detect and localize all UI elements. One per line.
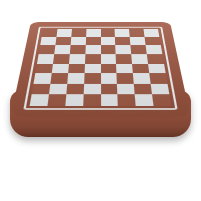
board-square[interactable] (101, 73, 118, 83)
board-square[interactable] (83, 84, 100, 95)
board-square[interactable] (132, 64, 149, 74)
board-square[interactable] (86, 29, 101, 37)
board-square[interactable] (39, 45, 56, 54)
board-square[interactable] (149, 73, 167, 83)
board-square[interactable] (47, 95, 66, 107)
board-square[interactable] (101, 45, 116, 54)
board-square[interactable] (131, 45, 147, 54)
board-square[interactable] (144, 29, 160, 37)
board-square[interactable] (42, 29, 58, 37)
board-square[interactable] (85, 45, 100, 54)
board-square[interactable] (101, 64, 117, 74)
board-square[interactable] (55, 37, 71, 45)
board-square[interactable] (37, 54, 54, 63)
board-square[interactable] (30, 95, 49, 107)
board-square[interactable] (131, 54, 148, 63)
board-square[interactable] (49, 84, 67, 95)
board-square[interactable] (83, 95, 101, 107)
board-square[interactable] (152, 95, 171, 107)
board-square[interactable] (146, 45, 163, 54)
board-square[interactable] (147, 54, 164, 63)
board-square[interactable] (71, 29, 86, 37)
board-square[interactable] (65, 95, 83, 107)
board-square[interactable] (85, 37, 100, 45)
board-inner-border (23, 27, 177, 110)
board-square[interactable] (70, 45, 86, 54)
board-square[interactable] (54, 45, 70, 54)
board-square[interactable] (32, 84, 51, 95)
board-product-photo (0, 0, 201, 201)
board-square[interactable] (69, 54, 85, 63)
board-square[interactable] (116, 45, 132, 54)
board-square[interactable] (52, 64, 69, 74)
board-square[interactable] (53, 54, 70, 63)
board-square[interactable] (145, 37, 161, 45)
board-square[interactable] (85, 54, 101, 63)
board-square[interactable] (117, 84, 135, 95)
board-square[interactable] (130, 37, 146, 45)
board-square[interactable] (135, 95, 154, 107)
board-square[interactable] (115, 37, 130, 45)
board-square[interactable] (101, 95, 119, 107)
chessboard (10, 22, 190, 117)
board-square[interactable] (68, 64, 85, 74)
board-square[interactable] (40, 37, 56, 45)
board-square[interactable] (70, 37, 85, 45)
board-square[interactable] (129, 29, 144, 37)
board-square[interactable] (133, 73, 151, 83)
board-square[interactable] (84, 64, 100, 74)
board-square[interactable] (56, 29, 71, 37)
board-square[interactable] (101, 29, 116, 37)
board-square[interactable] (117, 73, 134, 83)
board-square[interactable] (35, 64, 53, 74)
board-square[interactable] (101, 37, 116, 45)
board-square[interactable] (101, 54, 117, 63)
board-grid (30, 29, 172, 106)
board-square[interactable] (67, 73, 84, 83)
board-square[interactable] (115, 29, 130, 37)
board-square[interactable] (116, 64, 133, 74)
board-square[interactable] (151, 84, 170, 95)
board-square[interactable] (101, 84, 118, 95)
board-square[interactable] (134, 84, 152, 95)
board-square[interactable] (66, 84, 84, 95)
board-square[interactable] (33, 73, 51, 83)
board-square[interactable] (148, 64, 166, 74)
board-square[interactable] (116, 54, 132, 63)
board-square[interactable] (118, 95, 136, 107)
board-square[interactable] (84, 73, 101, 83)
board-square[interactable] (50, 73, 68, 83)
